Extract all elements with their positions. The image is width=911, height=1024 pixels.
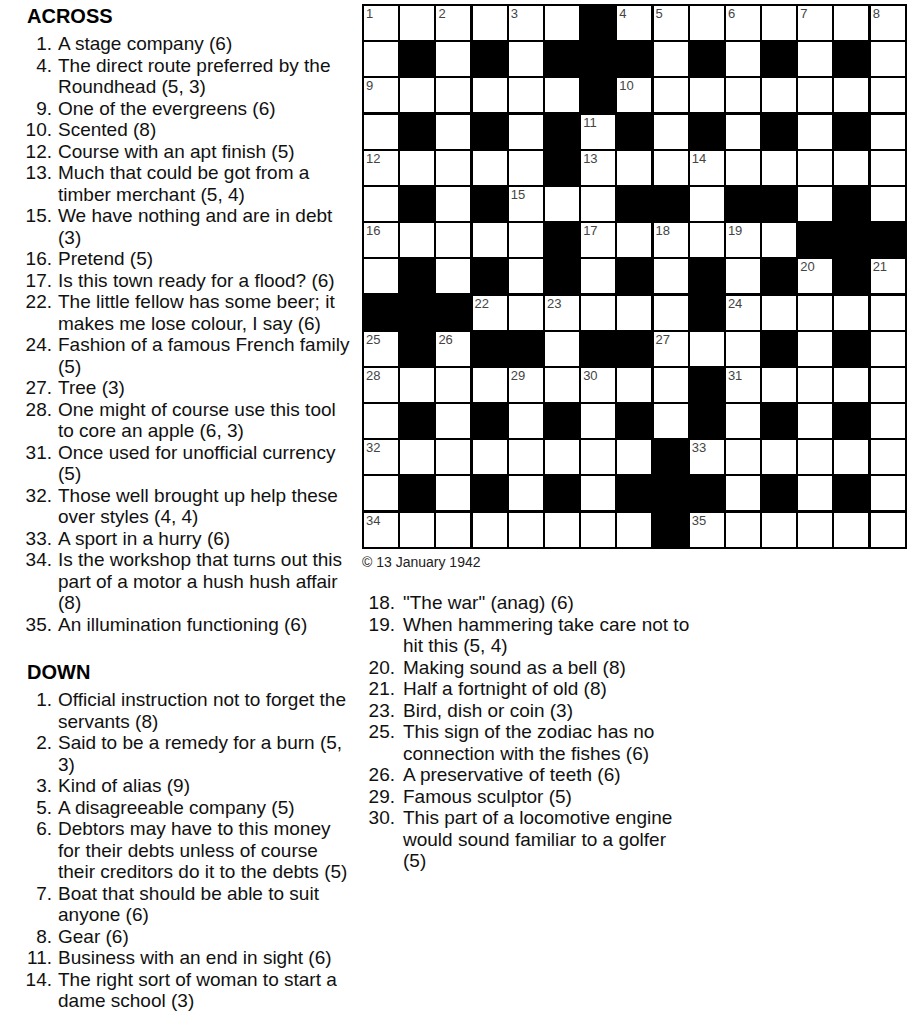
grid-cell[interactable] [436,513,470,547]
grid-cell[interactable] [798,513,832,547]
grid-cell[interactable]: 33 [690,440,724,474]
grid-cell[interactable] [834,368,868,402]
grid-cell-black [436,296,470,330]
grid-cell[interactable] [364,42,398,76]
clue-text: The little fellow has some beer; it make… [58,291,353,334]
grid-cell[interactable] [617,296,651,330]
grid-cell-black [581,6,615,40]
grid-cell[interactable] [545,78,579,112]
grid-cell[interactable] [654,78,688,112]
grid-cell[interactable] [617,440,651,474]
clue-text: This sign of the zodiac has no connectio… [403,721,692,764]
grid-cell[interactable] [545,332,579,366]
grid-cell[interactable] [617,151,651,185]
grid-cell[interactable]: 3 [509,6,543,40]
clue-number: 4. [18,55,52,98]
grid-cell[interactable] [798,78,832,112]
clue-text: Kind of alias (9) [58,775,353,797]
grid-cell-black [545,404,579,438]
grid-cell[interactable] [726,115,760,149]
grid-cell-black [364,296,398,330]
grid-cell[interactable]: 11 [581,115,615,149]
grid-cell[interactable] [581,259,615,293]
grid-cell[interactable] [436,368,470,402]
clue-down-1: 1.Official instruction not to forget the… [18,689,358,732]
grid-cell-black [400,115,434,149]
grid-cell[interactable]: 14 [690,151,724,185]
grid-cell-black [834,42,868,76]
grid-cell[interactable]: 17 [581,223,615,257]
grid-cell-black [545,259,579,293]
cell-number: 7 [800,6,807,21]
grid-cell[interactable] [834,513,868,547]
cell-number: 32 [366,440,380,455]
grid-cell[interactable] [509,404,543,438]
cell-number: 21 [873,259,887,274]
grid-cell[interactable] [581,296,615,330]
grid-cell[interactable] [436,151,470,185]
grid-cell[interactable] [545,513,579,547]
clue-text: Said to be a remedy for a burn (5, 3) [58,732,353,775]
clue-number: 20. [368,657,395,679]
cell-number: 20 [800,259,814,274]
grid-cell[interactable] [473,223,507,257]
grid-cell[interactable] [834,78,868,112]
grid-cell[interactable] [762,78,796,112]
grid-cell-black [834,259,868,293]
grid-cell-black [545,42,579,76]
clue-down-23: 23.Bird, dish or coin (3) [368,700,698,722]
down-header: DOWN [27,660,358,684]
grid-cell[interactable] [473,513,507,547]
grid-cell-black [654,440,688,474]
grid-cell-black [762,115,796,149]
grid-cell-black [762,42,796,76]
clue-down-5: 5.A disagreeable company (5) [18,797,358,819]
grid-cell[interactable]: 16 [364,223,398,257]
grid-cell[interactable] [798,476,832,510]
grid-cell[interactable] [509,78,543,112]
clue-number: 21. [368,678,395,700]
grid-cell[interactable] [726,332,760,366]
grid-cell[interactable] [473,440,507,474]
clue-number: 6. [18,818,52,883]
grid-cell[interactable] [509,513,543,547]
clue-number: 16. [18,248,52,270]
grid-cell[interactable] [762,223,796,257]
grid-cell[interactable]: 31 [726,368,760,402]
cell-number: 28 [366,368,380,383]
clue-down-11: 11.Business with an end in sight (6) [18,947,358,969]
grid-cell-black [581,78,615,112]
grid-cell-black [762,332,796,366]
clue-across-24: 24.Fashion of a famous French family (5) [18,334,358,377]
clue-across-1: 1.A stage company (6) [18,33,358,55]
clue-number: 18. [368,592,395,614]
grid-cell[interactable] [726,513,760,547]
cell-number: 3 [511,6,518,21]
grid-cell[interactable] [364,476,398,510]
grid-cell[interactable] [690,187,724,221]
grid-cell[interactable] [726,404,760,438]
grid-cell[interactable] [654,368,688,402]
grid-cell[interactable] [436,42,470,76]
grid-cell[interactable] [690,78,724,112]
grid-cell[interactable] [581,440,615,474]
clue-number: 23. [368,700,395,722]
clue-text: Business with an end in sight (6) [58,947,353,969]
grid-cell[interactable]: 8 [871,6,905,40]
grid-cell-black [726,187,760,221]
grid-cell[interactable] [798,42,832,76]
clue-number: 30. [368,807,395,872]
grid-cell[interactable] [654,259,688,293]
clue-number: 22. [18,291,52,334]
clue-across-10: 10.Scented (8) [18,119,358,141]
cell-number: 22 [475,296,489,311]
grid-cell[interactable] [798,296,832,330]
grid-cell[interactable]: 35 [690,513,724,547]
grid-cell[interactable] [545,187,579,221]
grid-cell-black [545,476,579,510]
grid-cell[interactable] [654,296,688,330]
clue-text: Tree (3) [58,377,353,399]
grid-cell-black [400,404,434,438]
grid-cell[interactable] [762,151,796,185]
grid-cell-black [834,332,868,366]
grid-cell[interactable] [762,6,796,40]
clue-across-15: 15.We have nothing and are in debt (3) [18,205,358,248]
clues-right-column: 18."The war" (anag) (6)19.When hammering… [368,592,698,872]
clue-across-32: 32.Those well brought up help these over… [18,485,358,528]
clue-number: 17. [18,270,52,292]
grid-cell[interactable]: 22 [473,296,507,330]
grid-cell[interactable] [871,476,905,510]
grid-cell[interactable]: 20 [798,259,832,293]
grid-cell[interactable]: 9 [364,78,398,112]
clue-number: 35. [18,614,52,636]
clue-text: Gear (6) [58,926,353,948]
grid-cell[interactable] [545,6,579,40]
cell-number: 31 [728,368,742,383]
clue-text: This part of a locomotive engine would s… [403,807,692,872]
grid-cell[interactable] [798,115,832,149]
clue-number: 33. [18,528,52,550]
grid-cell[interactable] [762,513,796,547]
grid-cell[interactable] [871,42,905,76]
grid-cell[interactable]: 27 [654,332,688,366]
grid-cell[interactable]: 29 [509,368,543,402]
grid-cell[interactable]: 19 [726,223,760,257]
clue-number: 26. [368,764,395,786]
grid-cell[interactable] [871,332,905,366]
grid-cell[interactable]: 15 [509,187,543,221]
grid-cell[interactable] [871,513,905,547]
grid-cell[interactable] [364,259,398,293]
crossword-grid: 1234567891011121314151617181920212223242… [362,4,907,549]
grid-cell[interactable] [400,440,434,474]
grid-cell[interactable]: 18 [654,223,688,257]
grid-cell[interactable] [798,332,832,366]
grid-cell[interactable] [726,440,760,474]
grid-cell[interactable] [690,6,724,40]
grid-cell[interactable] [581,476,615,510]
cell-number: 30 [583,368,597,383]
grid-cell[interactable]: 21 [871,259,905,293]
grid-cell[interactable] [545,440,579,474]
grid-cell[interactable] [871,368,905,402]
clue-number: 24. [18,334,52,377]
clue-text: Once used for unofficial currency (5) [58,442,353,485]
grid-cell[interactable] [798,404,832,438]
grid-cell[interactable]: 12 [364,151,398,185]
grid-cell-black [400,476,434,510]
grid-cell[interactable] [726,259,760,293]
clue-text: Debtors may have to this money for their… [58,818,353,883]
grid-cell-black [400,42,434,76]
grid-cell[interactable] [871,151,905,185]
grid-cell-black [690,296,724,330]
grid-cell[interactable] [871,115,905,149]
grid-cell-black [617,115,651,149]
grid-cell[interactable] [436,440,470,474]
grid-cell[interactable] [436,404,470,438]
clue-number: 1. [18,689,52,732]
grid-cell[interactable] [400,513,434,547]
grid-cell[interactable] [509,223,543,257]
grid-cell[interactable] [581,513,615,547]
grid-cell[interactable] [509,296,543,330]
grid-cell[interactable] [400,368,434,402]
cell-number: 12 [366,151,380,166]
grid-cell[interactable] [473,6,507,40]
grid-cell-black [473,476,507,510]
grid-cell[interactable] [473,368,507,402]
grid-cell[interactable] [364,187,398,221]
clue-text: Is the workshop that turns out this part… [58,549,353,614]
grid-cell[interactable] [617,513,651,547]
grid-cell-black [690,404,724,438]
grid-cell[interactable]: 2 [436,6,470,40]
clue-number: 32. [18,485,52,528]
cell-number: 26 [438,332,452,347]
grid-cell[interactable] [726,78,760,112]
grid-cell[interactable] [762,440,796,474]
clue-text: When hammering take care not to hit this… [403,614,692,657]
grid-cell-black [617,332,651,366]
grid-cell[interactable] [364,404,398,438]
grid-cell[interactable] [581,404,615,438]
grid-cell[interactable]: 24 [726,296,760,330]
clue-text: An illumination functioning (6) [58,614,353,636]
clue-text: Making sound as a bell (8) [403,657,692,679]
grid-cell[interactable] [400,151,434,185]
grid-cell[interactable]: 25 [364,332,398,366]
grid-cell-black [400,187,434,221]
grid-cell[interactable] [834,6,868,40]
grid-cell[interactable] [834,440,868,474]
clue-text: "The war" (anag) (6) [403,592,692,614]
grid-cell[interactable] [762,296,796,330]
grid-cell[interactable] [690,332,724,366]
grid-cell[interactable] [726,42,760,76]
grid-cell-black [762,404,796,438]
cell-number: 11 [583,115,597,130]
clue-number: 19. [368,614,395,657]
clue-text: Is this town ready for a flood? (6) [58,270,353,292]
clue-down-6: 6.Debtors may have to this money for the… [18,818,358,883]
cell-number: 24 [728,296,742,311]
grid-cell[interactable] [798,187,832,221]
cell-number: 35 [692,513,706,528]
clue-across-35: 35.An illumination functioning (6) [18,614,358,636]
clue-text: Much that could be got from a timber mer… [58,162,353,205]
grid-cell-black [690,476,724,510]
grid-cell[interactable] [871,440,905,474]
clue-across-9: 9.One of the evergreens (6) [18,98,358,120]
clue-text: Course with an apt finish (5) [58,141,353,163]
grid-cell-black [654,187,688,221]
grid-cell[interactable] [834,296,868,330]
grid-cell[interactable] [654,42,688,76]
grid-cell[interactable]: 7 [798,6,832,40]
clue-down-30: 30.This part of a locomotive engine woul… [368,807,698,872]
clue-text: Famous sculptor (5) [403,786,692,808]
grid-cell-black [509,332,543,366]
grid-cell[interactable]: 26 [436,332,470,366]
clue-number: 7. [18,883,52,926]
grid-cell-black [834,404,868,438]
grid-cell[interactable] [726,151,760,185]
grid-cell[interactable] [545,368,579,402]
grid-cell-black [690,115,724,149]
grid-cell[interactable] [436,78,470,112]
grid-cell-black [617,187,651,221]
clue-number: 25. [368,721,395,764]
grid-cell[interactable] [436,115,470,149]
clue-down-25: 25.This sign of the zodiac has no connec… [368,721,698,764]
clue-down-7: 7.Boat that should be able to suit anyon… [18,883,358,926]
clue-number: 14. [18,969,52,1012]
grid-cell[interactable] [509,259,543,293]
clue-text: Bird, dish or coin (3) [403,700,692,722]
clue-number: 9. [18,98,52,120]
grid-cell[interactable] [871,78,905,112]
grid-cell[interactable] [871,187,905,221]
grid-cell[interactable]: 32 [364,440,398,474]
grid-cell[interactable] [871,404,905,438]
grid-cell[interactable] [762,368,796,402]
grid-cell[interactable] [654,115,688,149]
clue-down-21: 21.Half a fortnight of old (8) [368,678,698,700]
clue-text: Scented (8) [58,119,353,141]
grid-cell-black [834,223,868,257]
clue-text: Boat that should be able to suit anyone … [58,883,353,926]
grid-cell[interactable] [509,476,543,510]
clue-text: Pretend (5) [58,248,353,270]
clue-down-19: 19.When hammering take care not to hit t… [368,614,698,657]
clue-down-26: 26.A preservative of teeth (6) [368,764,698,786]
clue-down-2: 2.Said to be a remedy for a burn (5, 3) [18,732,358,775]
clue-number: 1. [18,33,52,55]
grid-cell[interactable]: 30 [581,368,615,402]
grid-cell[interactable]: 28 [364,368,398,402]
cell-number: 1 [366,6,373,21]
grid-cell[interactable] [798,440,832,474]
clue-number: 11. [18,947,52,969]
clue-down-8: 8.Gear (6) [18,926,358,948]
clue-number: 28. [18,399,52,442]
grid-cell-black [762,259,796,293]
clue-text: A sport in a hurry (6) [58,528,353,550]
grid-cell[interactable] [581,187,615,221]
grid-cell[interactable] [436,223,470,257]
grid-cell[interactable] [726,476,760,510]
grid-cell[interactable]: 34 [364,513,398,547]
cell-number: 33 [692,440,706,455]
grid-cell[interactable]: 4 [617,6,651,40]
grid-cell[interactable] [654,151,688,185]
clue-text: A disagreeable company (5) [58,797,353,819]
grid-cell[interactable] [798,151,832,185]
clue-number: 8. [18,926,52,948]
grid-cell-black [798,223,832,257]
grid-cell[interactable] [436,476,470,510]
grid-cell[interactable]: 23 [545,296,579,330]
grid-cell[interactable] [509,151,543,185]
grid-cell-black [400,259,434,293]
grid-cell[interactable] [473,151,507,185]
grid-cell-black [473,259,507,293]
grid-cell-black [581,42,615,76]
grid-cell[interactable] [509,440,543,474]
grid-cell[interactable] [509,115,543,149]
grid-cell[interactable] [436,187,470,221]
grid-cell[interactable] [690,223,724,257]
grid-cell[interactable]: 10 [617,78,651,112]
clue-text: A preservative of teeth (6) [403,764,692,786]
grid-cell[interactable] [654,404,688,438]
across-clue-list: 1.A stage company (6)4.The direct route … [18,33,358,635]
grid-cell[interactable]: 1 [364,6,398,40]
grid-cell[interactable] [400,6,434,40]
clue-across-33: 33.A sport in a hurry (6) [18,528,358,550]
grid-cell[interactable] [436,259,470,293]
grid-cell[interactable] [871,296,905,330]
clue-text: The direct route preferred by the Roundh… [58,55,353,98]
grid-cell[interactable] [364,115,398,149]
grid-cell[interactable] [400,223,434,257]
grid-cell[interactable]: 5 [654,6,688,40]
grid-cell[interactable]: 6 [726,6,760,40]
grid-cell-black [400,332,434,366]
grid-cell-black [654,476,688,510]
grid-cell[interactable]: 13 [581,151,615,185]
cell-number: 23 [547,296,561,311]
grid-cell-black [473,332,507,366]
grid-cell[interactable] [834,151,868,185]
grid-cell[interactable] [617,223,651,257]
grid-cell[interactable] [617,368,651,402]
copyright-caption: © 13 January 1942 [362,554,907,570]
grid-cell[interactable] [400,78,434,112]
grid-cell[interactable] [473,78,507,112]
cell-number: 14 [692,151,706,166]
grid-cell[interactable] [509,42,543,76]
grid-cell[interactable] [798,368,832,402]
clue-number: 15. [18,205,52,248]
grid-cell-black [473,404,507,438]
